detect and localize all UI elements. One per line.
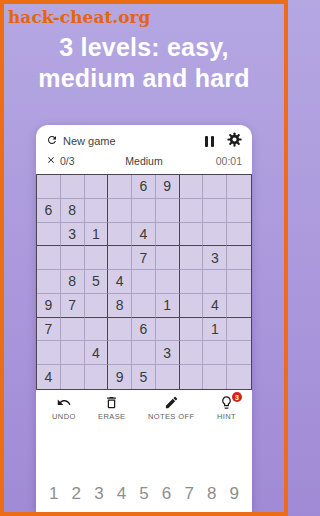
hint-button[interactable]: 3 HINT	[217, 395, 236, 421]
pause-button[interactable]	[205, 136, 214, 147]
sudoku-cell[interactable]: 6	[37, 199, 61, 223]
settings-gear-button[interactable]	[227, 132, 242, 151]
notes-label: NOTES OFF	[148, 412, 195, 421]
sudoku-cell[interactable]: 1	[156, 294, 180, 318]
promo-title-line1: 3 levels: easy,	[4, 32, 284, 63]
sudoku-cell[interactable]	[156, 365, 180, 389]
sudoku-cell[interactable]	[203, 270, 227, 294]
sudoku-cell[interactable]	[227, 199, 251, 223]
sudoku-cell[interactable]	[132, 341, 156, 365]
screenshot-root: { "watermark": "hack-cheat.org", "promo"…	[0, 0, 288, 516]
promo-title-line2: medium and hard	[4, 63, 284, 94]
sudoku-cell[interactable]	[61, 365, 85, 389]
sudoku-cell[interactable]	[180, 246, 204, 270]
sudoku-cell[interactable]: 4	[203, 294, 227, 318]
sudoku-cell[interactable]	[108, 223, 132, 247]
sudoku-cell[interactable]	[156, 318, 180, 342]
sudoku-cell[interactable]	[180, 318, 204, 342]
sudoku-cell[interactable]	[132, 199, 156, 223]
sudoku-cell[interactable]: 4	[85, 341, 109, 365]
numpad-4[interactable]: 4	[117, 485, 126, 503]
promo-title: 3 levels: easy, medium and hard	[4, 32, 284, 94]
difficulty-label[interactable]: Medium	[104, 155, 184, 167]
numpad-5[interactable]: 5	[139, 485, 148, 503]
sudoku-cell[interactable]: 1	[203, 318, 227, 342]
sudoku-cell[interactable]	[37, 270, 61, 294]
header-top-row: New game	[36, 125, 252, 151]
numpad-6[interactable]: 6	[162, 485, 171, 503]
sudoku-cell[interactable]	[61, 175, 85, 199]
sudoku-cell[interactable]	[227, 270, 251, 294]
sudoku-cell[interactable]	[156, 270, 180, 294]
sudoku-cell[interactable]	[227, 223, 251, 247]
sudoku-cell[interactable]: 5	[132, 365, 156, 389]
board-wrap: 6968314738549781476143495	[36, 174, 252, 390]
sudoku-board: 6968314738549781476143495	[36, 174, 252, 390]
numpad-8[interactable]: 8	[207, 485, 216, 503]
sudoku-cell[interactable]	[156, 246, 180, 270]
watermark-text: hack-cheat.org	[8, 7, 150, 27]
sudoku-cell[interactable]	[85, 294, 109, 318]
numpad-9[interactable]: 9	[230, 485, 239, 503]
sudoku-cell[interactable]: 3	[156, 341, 180, 365]
sudoku-cell[interactable]	[108, 246, 132, 270]
notes-icon	[164, 395, 179, 410]
sudoku-cell[interactable]: 7	[132, 246, 156, 270]
sudoku-cell[interactable]	[227, 341, 251, 365]
sudoku-cell[interactable]: 4	[132, 223, 156, 247]
numpad-3[interactable]: 3	[94, 485, 103, 503]
sudoku-cell[interactable]	[227, 246, 251, 270]
sudoku-cell[interactable]	[203, 341, 227, 365]
sudoku-cell[interactable]: 3	[203, 246, 227, 270]
sudoku-cell[interactable]	[85, 365, 109, 389]
timer-value: 00:01	[184, 155, 242, 167]
sudoku-cell[interactable]: 3	[61, 223, 85, 247]
numpad-7[interactable]: 7	[184, 485, 193, 503]
sudoku-cell[interactable]: 6	[132, 318, 156, 342]
sudoku-cell[interactable]	[180, 341, 204, 365]
sudoku-cell[interactable]	[132, 270, 156, 294]
mistakes-counter: 0/3	[46, 155, 104, 167]
sudoku-cell[interactable]	[132, 294, 156, 318]
sudoku-cell[interactable]: 4	[108, 270, 132, 294]
sudoku-cell[interactable]	[61, 246, 85, 270]
sudoku-cell[interactable]	[108, 341, 132, 365]
sudoku-cell[interactable]: 7	[37, 318, 61, 342]
sudoku-cell[interactable]: 7	[61, 294, 85, 318]
sudoku-cell[interactable]	[180, 270, 204, 294]
sudoku-cell[interactable]: 9	[108, 365, 132, 389]
sudoku-cell[interactable]	[37, 246, 61, 270]
sudoku-cell[interactable]	[180, 294, 204, 318]
sudoku-cell[interactable]	[180, 223, 204, 247]
sudoku-cell[interactable]	[180, 175, 204, 199]
sudoku-cell[interactable]	[85, 175, 109, 199]
erase-button[interactable]: ERASE	[98, 395, 125, 421]
sudoku-cell[interactable]	[227, 318, 251, 342]
number-pad: 123456789	[36, 485, 252, 503]
sudoku-cell[interactable]	[85, 246, 109, 270]
sudoku-cell[interactable]: 9	[156, 175, 180, 199]
toolbar: UNDO ERASE NOTES OFF 3 HINT	[36, 390, 252, 421]
sudoku-cell[interactable]	[156, 223, 180, 247]
sudoku-cell[interactable]	[227, 365, 251, 389]
erase-label: ERASE	[98, 412, 125, 421]
hint-count-badge: 3	[232, 392, 242, 402]
notes-toggle-button[interactable]: NOTES OFF	[148, 395, 195, 421]
mistakes-value: 0/3	[60, 155, 75, 167]
sudoku-cell[interactable]	[37, 175, 61, 199]
close-icon	[46, 155, 56, 167]
sudoku-cell[interactable]: 8	[61, 270, 85, 294]
sudoku-cell[interactable]	[180, 365, 204, 389]
sudoku-cell[interactable]	[203, 199, 227, 223]
refresh-icon	[46, 134, 58, 148]
hint-label: HINT	[217, 412, 236, 421]
sudoku-cell[interactable]: 8	[108, 294, 132, 318]
sudoku-cell[interactable]	[156, 199, 180, 223]
sudoku-cell[interactable]: 6	[132, 175, 156, 199]
sudoku-cell[interactable]: 4	[37, 365, 61, 389]
undo-icon	[56, 395, 72, 410]
numpad-2[interactable]: 2	[72, 485, 81, 503]
header-status-row: 0/3 Medium 00:01	[36, 151, 252, 169]
sudoku-cell[interactable]	[203, 365, 227, 389]
sudoku-cell[interactable]: 5	[85, 270, 109, 294]
numpad-1[interactable]: 1	[49, 485, 58, 503]
new-game-button[interactable]: New game	[46, 134, 116, 148]
sudoku-cell[interactable]: 1	[85, 223, 109, 247]
sudoku-cell[interactable]	[85, 199, 109, 223]
new-game-label: New game	[63, 135, 116, 147]
sudoku-cell[interactable]: 8	[61, 199, 85, 223]
sudoku-cell[interactable]: 9	[37, 294, 61, 318]
sudoku-cell[interactable]	[108, 318, 132, 342]
sudoku-cell[interactable]	[61, 341, 85, 365]
sudoku-cell[interactable]	[61, 318, 85, 342]
sudoku-cell[interactable]	[37, 223, 61, 247]
sudoku-cell[interactable]	[85, 318, 109, 342]
sudoku-cell[interactable]	[108, 175, 132, 199]
sudoku-cell[interactable]	[227, 294, 251, 318]
sudoku-cell[interactable]	[180, 199, 204, 223]
sudoku-cell[interactable]	[203, 223, 227, 247]
undo-button[interactable]: UNDO	[52, 395, 76, 421]
app-card: New game	[36, 125, 252, 512]
erase-icon	[104, 395, 119, 410]
sudoku-cell[interactable]	[37, 341, 61, 365]
sudoku-cell[interactable]	[203, 175, 227, 199]
sudoku-cell[interactable]	[108, 199, 132, 223]
undo-label: UNDO	[52, 412, 76, 421]
sudoku-cell[interactable]	[227, 175, 251, 199]
